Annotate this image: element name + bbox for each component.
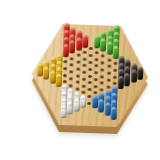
board-hole[interactable] [113,62,117,65]
board-hole[interactable] [87,101,91,104]
board-hole[interactable] [82,71,86,74]
board-hole[interactable] [75,81,79,84]
board-hole[interactable] [94,85,98,88]
board-hole[interactable] [113,82,117,85]
board-hole[interactable] [101,68,105,71]
peg-white[interactable] [61,105,67,118]
board-hole[interactable] [69,70,73,73]
board-hole[interactable] [100,75,104,78]
board-hole[interactable] [113,69,117,72]
board-hole[interactable] [89,47,93,50]
board-hole[interactable] [82,78,86,81]
board-hole[interactable] [88,81,92,84]
peg-red[interactable] [82,34,88,47]
peg-black[interactable] [137,67,143,80]
board-hole[interactable] [107,72,111,75]
board-hole[interactable] [101,55,105,58]
board-hole[interactable] [107,65,111,68]
peg-white[interactable] [73,98,79,111]
board-hole[interactable] [63,67,67,70]
board-hole[interactable] [63,60,67,63]
product-photo [0,0,160,160]
board-hole[interactable] [83,51,87,54]
peg-black[interactable] [124,73,130,86]
board-hole[interactable] [63,80,67,83]
board-hole[interactable] [87,95,91,98]
board-hole[interactable] [88,74,92,77]
board-hole[interactable] [100,88,104,91]
board-hole[interactable] [107,78,111,81]
board-hole[interactable] [75,74,79,77]
board-hole[interactable] [70,57,74,60]
board-hole[interactable] [94,78,98,81]
board-hole[interactable] [70,64,74,67]
peg-red[interactable] [63,44,69,57]
peg-black[interactable] [118,76,124,89]
board-hole[interactable] [75,88,79,91]
peg-red[interactable] [75,37,81,50]
board-hole[interactable] [82,64,86,67]
board-hole[interactable] [95,58,99,61]
peg-yellow[interactable] [55,74,61,87]
board-hole[interactable] [101,61,105,64]
board-hole[interactable] [95,64,99,67]
board-hole[interactable] [106,85,110,88]
board-hole[interactable] [88,61,92,64]
peg-blue[interactable] [110,106,116,119]
board-hole[interactable] [100,82,104,85]
board-hole[interactable] [63,74,67,77]
peg-blue[interactable] [98,99,104,112]
board-hole[interactable] [113,75,117,78]
board-hole[interactable] [89,54,93,57]
board-hole[interactable] [82,57,86,60]
board-hole[interactable] [69,77,73,80]
board-hole[interactable] [88,68,92,71]
board-hole[interactable] [107,58,111,61]
peg-black[interactable] [130,70,136,83]
peg-white[interactable] [67,101,73,114]
board-hole[interactable] [81,84,85,87]
peg-layer [0,0,160,160]
board-hole[interactable] [94,71,98,74]
peg-green[interactable] [113,45,119,58]
board-hole[interactable] [76,67,80,70]
peg-green[interactable] [100,38,106,51]
board-hole[interactable] [76,54,80,57]
board-hole[interactable] [81,91,85,94]
board-hole[interactable] [87,88,91,91]
chinese-checkers-board [0,0,160,160]
peg-white[interactable] [80,95,86,108]
board-hole[interactable] [76,60,80,63]
board-hole[interactable] [69,84,73,87]
peg-red[interactable] [69,41,75,54]
peg-yellow[interactable] [43,67,49,80]
board-hole[interactable] [94,92,98,95]
board-hole[interactable] [95,51,99,54]
